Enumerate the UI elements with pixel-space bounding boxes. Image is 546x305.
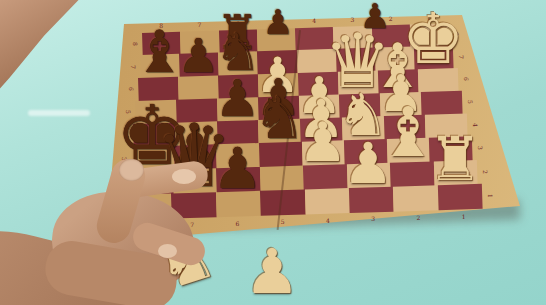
thumb-nail	[119, 159, 144, 181]
index-fingertip-highlight	[172, 169, 196, 184]
photo-scene: 88776655443322118877665544332211 ♜♝♟♞♚♟♛…	[0, 0, 546, 305]
gripping-finger-nail	[158, 244, 177, 258]
player-hand: ♞	[0, 0, 546, 305]
